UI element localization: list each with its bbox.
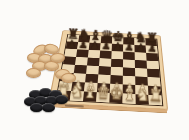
square-f1: ♝ [123,94,136,104]
square-h6 [146,53,158,61]
square-c3 [85,74,98,83]
square-h1: ♜ [148,95,162,105]
square-g3 [135,76,148,85]
square-e1: ♚ [109,93,122,103]
draughts-piece-light [32,43,50,58]
square-d5 [99,58,111,67]
square-b1: ♞ [70,91,84,101]
square-d3 [98,74,111,83]
square-b6 [76,49,89,57]
square-g1: ♞ [136,94,149,104]
square-f5 [123,59,135,68]
chess-board: ♜♞♝♛♚♝♞♜♟♟♟♟♟♟♟♟♟♟♟♟♟♟♟♟♜♞♝♛♚♝♞♜ [48,30,168,109]
draughts-piece-light [32,61,47,71]
square-f4 [123,67,135,76]
square-c4 [86,65,99,74]
square-d4 [98,66,111,75]
square-a5 [63,56,76,65]
piece-black-rook: ♜ [145,32,158,47]
product-photo: ♜♞♝♛♚♝♞♜♟♟♟♟♟♟♟♟♟♟♟♟♟♟♟♟♜♞♝♛♚♝♞♜ [0,0,189,140]
square-b3 [72,73,86,82]
square-h4 [147,69,160,78]
draughts-piece-dark [30,103,43,112]
draughts-piece-dark [24,97,37,106]
square-b5 [75,57,88,66]
draughts-piece-light [26,68,41,78]
brand-stamp [65,104,84,107]
draughts-piece-light [38,54,53,64]
chess-board-grid: ♜♞♝♛♚♝♞♜♟♟♟♟♟♟♟♟♟♟♟♟♟♟♟♟♜♞♝♛♚♝♞♜ [55,34,163,106]
board-scene: ♜♞♝♛♚♝♞♜♟♟♟♟♟♟♟♟♟♟♟♟♟♟♟♟♜♞♝♛♚♝♞♜ [52,8,168,124]
square-b4 [74,65,87,74]
draughts-piece-dark [29,90,42,99]
square-c1: ♝ [83,92,97,102]
piece-white-pawn: ♟ [72,79,83,91]
square-d1: ♛ [96,92,110,102]
square-h2: ♟ [148,86,161,96]
square-c2: ♟ [84,82,98,92]
draughts-piece-dark [34,96,47,105]
square-g6 [135,52,147,60]
draughts-piece-light [27,52,43,63]
square-g4 [135,68,147,77]
